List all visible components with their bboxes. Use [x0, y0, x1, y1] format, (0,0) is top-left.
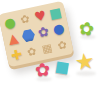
piece-green-flower[interactable]: ✿ — [78, 19, 96, 39]
piece-teal-cube[interactable]: ■ — [54, 59, 70, 76]
toy-scene: ● ✿ ♥ ■ ▲ ✿ ● ✚ ✿ ▦ ✿ ✿ ✿ ■ ★ — [0, 0, 100, 100]
hexagon-shape — [21, 28, 36, 42]
recess-flower[interactable]: ✿ — [16, 10, 35, 30]
piece-yellow-star[interactable]: ★ — [74, 50, 97, 75]
piece-pink-flower[interactable]: ✿ — [34, 60, 51, 79]
recess-flower[interactable]: ✿ — [53, 36, 72, 56]
